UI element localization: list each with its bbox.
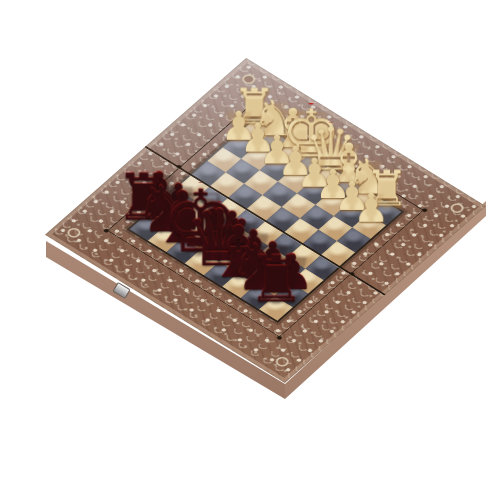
- red-finial: [218, 198, 222, 202]
- pieces-layer: ♜♜♞♞♝♝♚♚♛♛♝♝♞♞♜♜♟♟♟♟♟♟♟♟♟♟♟♟♟♟♟♟♟♟♟♟♟♟♟♟…: [127, 118, 405, 323]
- red-finial: [328, 119, 332, 123]
- piece-reflection: ♟: [326, 188, 416, 226]
- pinstripe-dot: [276, 335, 283, 340]
- product-photo: ♜♜♞♞♝♝♚♚♛♛♝♝♞♞♜♜♟♟♟♟♟♟♟♟♟♟♟♟♟♟♟♟♟♟♟♟♟♟♟♟…: [0, 0, 500, 500]
- chess-box-top-face: ♜♜♞♞♝♝♚♚♛♛♝♝♞♞♜♜♟♟♟♟♟♟♟♟♟♟♟♟♟♟♟♟♟♟♟♟♟♟♟♟…: [45, 58, 486, 383]
- corner-rosette: [273, 355, 291, 369]
- corner-rosette: [448, 201, 466, 215]
- piece-reflection: ♜: [231, 249, 321, 310]
- corner-rosette: [65, 226, 83, 240]
